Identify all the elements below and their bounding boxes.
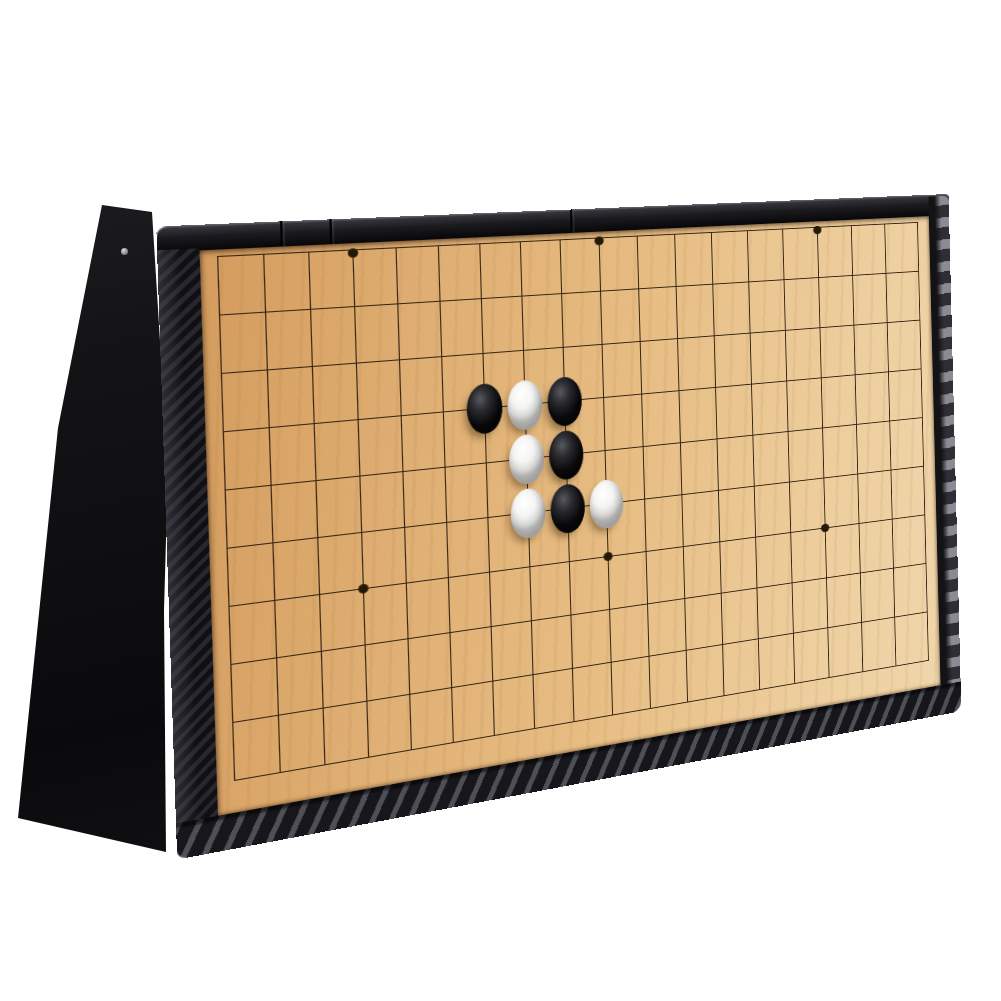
board-cell: [361, 527, 406, 588]
board-cell: [683, 541, 721, 598]
board-cell: [721, 588, 758, 645]
board-cell: [226, 542, 274, 606]
board-cell: [715, 384, 752, 439]
board-cell: [747, 229, 784, 282]
board-cell: [818, 275, 853, 327]
product-photo-go-set: [0, 0, 1001, 1001]
board-cell: [263, 252, 310, 312]
board-cell: [792, 577, 828, 632]
hinge-pin-icon: [121, 248, 128, 255]
board-cell: [449, 626, 492, 687]
board-cell: [711, 230, 748, 283]
board-cell: [817, 225, 852, 277]
board-cell: [317, 532, 363, 594]
board-cell: [489, 566, 531, 626]
board-cell: [532, 668, 573, 728]
board-cell: [790, 528, 826, 583]
board-cell: [402, 467, 446, 527]
board-cell: [314, 419, 360, 480]
board-cell: [681, 490, 719, 546]
board-cell: [822, 424, 857, 478]
board-cell: [752, 431, 789, 486]
board-cell: [884, 222, 918, 273]
hinge-seam: [329, 219, 332, 244]
board-cell: [786, 377, 822, 431]
board-cell: [603, 394, 643, 451]
board-cell: [674, 232, 712, 286]
go-board-face: [156, 194, 961, 860]
board-cell: [754, 482, 791, 537]
board-cell: [274, 594, 321, 657]
board-cell: [365, 638, 410, 700]
board-cell: [888, 368, 922, 420]
board-cell: [647, 598, 686, 656]
board-cell: [784, 277, 820, 330]
board-cell: [722, 638, 759, 695]
board-cell: [889, 417, 923, 470]
board-cell: [221, 369, 269, 431]
board-cell: [569, 556, 609, 615]
board-cell: [857, 470, 891, 523]
board-cell: [677, 335, 715, 390]
board-cell: [406, 577, 450, 638]
board-cell: [608, 551, 647, 609]
board-cell: [479, 241, 521, 298]
board-cell: [230, 657, 278, 722]
board-cell: [855, 371, 890, 424]
board-cell: [789, 478, 825, 533]
board-cell: [521, 293, 562, 350]
board-cell: [609, 603, 648, 661]
board-cell: [439, 298, 482, 356]
board-cell: [366, 694, 411, 757]
board-cell: [887, 320, 921, 372]
board-cell: [451, 681, 494, 742]
board-cell: [269, 423, 316, 485]
board-cell: [644, 494, 683, 551]
board-cell: [893, 563, 927, 617]
board-cell: [217, 254, 265, 315]
board-cell: [358, 415, 403, 475]
board-cell: [638, 286, 677, 341]
board-cell: [851, 224, 886, 275]
board-cell: [819, 325, 854, 378]
board-cell: [572, 662, 612, 721]
board-cell: [356, 359, 401, 419]
board-cell: [228, 600, 276, 664]
board-cell: [891, 466, 925, 519]
board-cell: [321, 645, 367, 708]
board-cell: [856, 421, 891, 474]
board-cell: [270, 480, 317, 542]
board-cell: [308, 249, 354, 308]
board-cell: [278, 708, 324, 772]
board-cell: [823, 474, 858, 528]
board-cell: [310, 306, 356, 366]
board-cell: [363, 583, 408, 645]
board-cell: [826, 573, 861, 628]
board-cell: [646, 546, 685, 603]
board-cell: [219, 312, 267, 373]
board-cell: [409, 687, 453, 749]
board-cell: [750, 330, 787, 384]
board-cell: [714, 333, 751, 387]
board-cell: [354, 303, 399, 362]
board-cell: [352, 247, 397, 306]
board-cell: [821, 374, 856, 427]
board-cell: [892, 514, 926, 567]
board-cell: [611, 656, 650, 715]
board-cell: [640, 338, 679, 393]
board-cell: [827, 622, 862, 677]
board-cell: [678, 387, 716, 442]
board-cell: [825, 523, 860, 577]
board-cell: [756, 582, 792, 638]
board-cell: [560, 237, 600, 293]
board-cell: [267, 366, 314, 427]
board-cell: [782, 227, 818, 279]
board-cell: [529, 561, 570, 620]
board-cell: [359, 471, 404, 532]
board-cell: [397, 301, 441, 360]
board-cell: [276, 651, 323, 715]
board-cell: [602, 341, 642, 397]
board-cell: [599, 236, 639, 291]
board-cell: [859, 519, 893, 573]
board-cell: [570, 609, 610, 668]
board-cell: [719, 537, 756, 593]
board-cell: [641, 390, 680, 446]
board-cell: [680, 439, 718, 495]
board-cell: [684, 593, 722, 650]
board-cell: [223, 427, 271, 489]
board-cell: [600, 288, 640, 344]
board-cell: [444, 462, 487, 521]
board-cell: [401, 411, 445, 471]
board-cell: [853, 322, 888, 374]
board-cell: [399, 356, 443, 415]
board-cell: [531, 615, 572, 675]
board-cell: [319, 588, 365, 651]
board-cell: [894, 612, 928, 666]
board-cell: [748, 279, 785, 332]
board-cell: [716, 435, 753, 490]
board-cell: [751, 381, 788, 435]
board-cell: [323, 701, 369, 765]
board-cell: [438, 243, 481, 300]
board-cell: [448, 572, 491, 632]
board-cell: [860, 568, 894, 622]
board-cell: [788, 428, 824, 482]
board-cell: [686, 644, 724, 702]
board-cell: [265, 309, 312, 370]
board-cell: [712, 281, 749, 335]
board-cell: [852, 273, 887, 325]
board-cell: [793, 627, 829, 683]
board-cell: [861, 617, 895, 672]
board-cell: [404, 522, 448, 583]
board-cell: [785, 327, 821, 380]
board-cell: [643, 442, 682, 498]
board-cell: [407, 632, 451, 694]
board-cell: [885, 271, 919, 322]
board-cell: [648, 650, 687, 708]
hinge-seam: [570, 209, 573, 233]
board-cell: [395, 245, 439, 303]
board-cell: [755, 532, 791, 588]
board-cell: [676, 284, 714, 338]
board-cell: [232, 715, 280, 780]
board-cell: [225, 485, 273, 548]
hinge-seam: [280, 221, 283, 246]
board-cell: [446, 517, 489, 577]
board-cell: [561, 291, 601, 347]
board-cell: [492, 674, 534, 735]
board-cell: [637, 234, 676, 289]
board-cell: [718, 486, 755, 542]
board-cell: [758, 633, 794, 689]
board-cell: [272, 537, 319, 600]
board-cell: [481, 296, 523, 353]
board-cell: [312, 363, 358, 423]
board-cell: [491, 620, 533, 680]
board-cell: [520, 239, 561, 295]
board-cell: [315, 476, 361, 538]
